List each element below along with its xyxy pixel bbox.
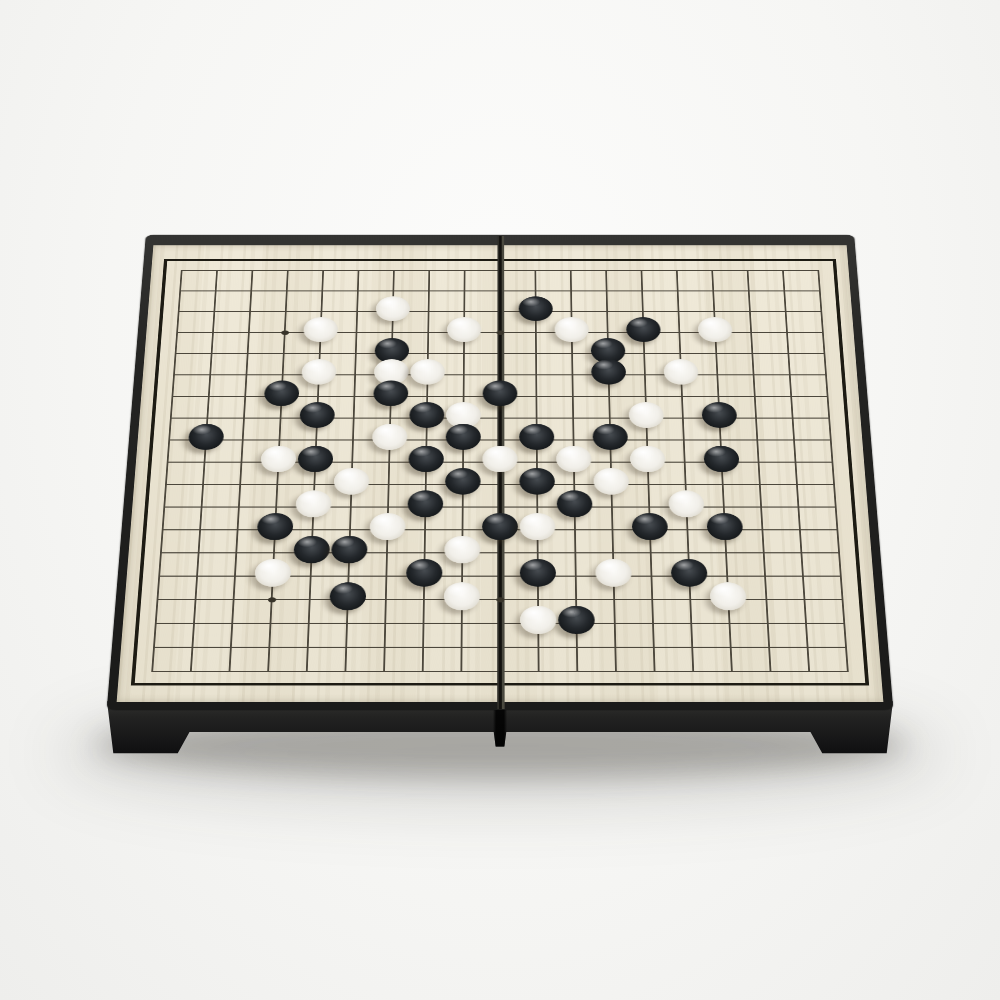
white-stone-G17 [376, 296, 411, 321]
black-stone-M8 [557, 490, 593, 517]
black-stone-Q7 [706, 513, 743, 540]
white-stone-H14 [410, 359, 445, 384]
black-stone-H12 [409, 402, 444, 428]
black-stone-G13 [373, 380, 408, 406]
white-stone-E8 [295, 490, 332, 517]
white-stone-O12 [628, 402, 664, 428]
black-stone-L5 [520, 559, 556, 587]
black-stone-L9 [519, 468, 555, 495]
white-stone-D10 [260, 446, 296, 472]
white-stone-M10 [556, 446, 592, 472]
stones-layer [107, 235, 894, 710]
black-stone-E12 [299, 402, 335, 428]
black-stone-K13 [483, 380, 518, 406]
white-stone-G11 [372, 424, 408, 450]
black-stone-Q12 [701, 402, 737, 428]
black-stone-O7 [632, 513, 669, 540]
white-stone-P8 [668, 490, 705, 517]
white-stone-E14 [301, 359, 337, 384]
white-stone-F9 [333, 468, 369, 495]
black-stone-E6 [293, 536, 330, 564]
white-stone-L7 [520, 513, 556, 540]
white-stone-L3 [520, 606, 557, 634]
black-stone-J9 [445, 468, 481, 495]
white-stone-D5 [254, 559, 291, 587]
white-stone-J16 [447, 317, 481, 342]
black-stone-B11 [188, 424, 225, 450]
white-stone-J6 [444, 536, 480, 564]
black-stone-E10 [297, 446, 333, 472]
board-plate [107, 235, 894, 710]
black-stone-K7 [482, 513, 518, 540]
black-stone-N11 [592, 424, 628, 450]
white-stone-P14 [663, 359, 699, 384]
white-stone-E16 [303, 317, 338, 342]
black-stone-L17 [519, 296, 553, 321]
white-stone-Q4 [709, 582, 747, 610]
white-stone-J4 [444, 582, 480, 610]
black-stone-J11 [446, 424, 481, 450]
black-stone-L11 [519, 424, 554, 450]
black-stone-F4 [329, 582, 366, 610]
black-stone-N14 [591, 359, 626, 384]
black-stone-H5 [406, 559, 442, 587]
black-stone-D7 [257, 513, 294, 540]
black-stone-F6 [331, 536, 368, 564]
white-stone-O10 [630, 446, 666, 472]
white-stone-N9 [593, 468, 629, 495]
white-stone-M16 [554, 317, 589, 342]
white-stone-N5 [595, 559, 632, 587]
black-stone-H8 [407, 490, 443, 517]
product-photo-scene [0, 0, 1000, 1000]
white-stone-G7 [369, 513, 405, 540]
black-stone-O16 [626, 317, 661, 342]
black-stone-Q10 [703, 446, 739, 472]
black-stone-M3 [558, 606, 595, 634]
white-stone-Q16 [697, 317, 732, 342]
white-stone-K10 [482, 446, 517, 472]
black-stone-P5 [671, 559, 708, 587]
black-stone-D13 [264, 380, 300, 406]
black-stone-H10 [408, 446, 444, 472]
